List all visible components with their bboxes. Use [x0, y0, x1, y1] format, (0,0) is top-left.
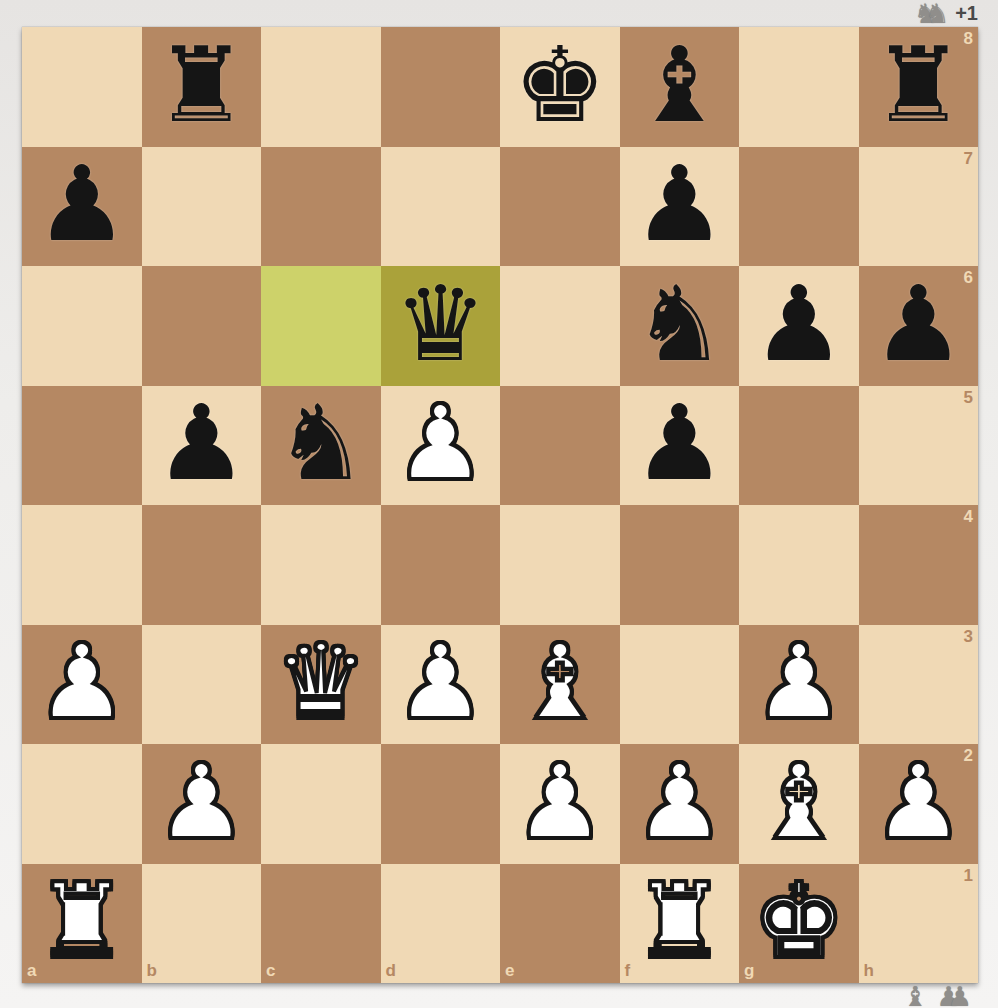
piece-black-pawn[interactable]: ♟	[872, 272, 965, 376]
square-f8[interactable]: ♝	[620, 27, 740, 147]
piece-black-pawn[interactable]: ♟	[155, 391, 248, 495]
square-g4[interactable]	[739, 505, 859, 625]
square-f2[interactable]: ♟	[620, 744, 740, 864]
piece-black-pawn[interactable]: ♟	[35, 152, 128, 256]
piece-white-rook[interactable]: ♜	[35, 869, 128, 973]
piece-black-rook[interactable]: ♜	[155, 33, 248, 137]
coord-file-c: c	[266, 962, 275, 979]
piece-white-pawn[interactable]: ♟	[394, 391, 487, 495]
piece-black-knight[interactable]: ♞	[633, 272, 726, 376]
coord-rank-1: 1	[964, 867, 973, 884]
chess-board: ♜♚♝♜8♟♟7♛♞♟♟6♟♞♟♟54♟♛♟♝♟3♟♟♟♝♟2♜abcde♜f♚…	[22, 27, 978, 983]
piece-white-pawn[interactable]: ♟	[513, 750, 606, 854]
square-f7[interactable]: ♟	[620, 147, 740, 267]
piece-white-pawn[interactable]: ♟	[155, 750, 248, 854]
square-d5[interactable]: ♟	[381, 386, 501, 506]
square-e6[interactable]	[500, 266, 620, 386]
square-a6[interactable]	[22, 266, 142, 386]
square-b3[interactable]	[142, 625, 262, 745]
square-e8[interactable]: ♚	[500, 27, 620, 147]
square-b5[interactable]: ♟	[142, 386, 262, 506]
square-a2[interactable]	[22, 744, 142, 864]
piece-black-bishop[interactable]: ♝	[633, 33, 726, 137]
square-a1[interactable]: ♜a	[22, 864, 142, 984]
piece-white-queen[interactable]: ♛	[274, 630, 367, 734]
captured-tray-top: ♞♞+1	[914, 0, 978, 26]
square-c6[interactable]	[261, 266, 381, 386]
square-a4[interactable]	[22, 505, 142, 625]
piece-black-pawn[interactable]: ♟	[633, 391, 726, 495]
square-h6[interactable]: ♟6	[859, 266, 979, 386]
piece-black-knight[interactable]: ♞	[274, 391, 367, 495]
square-e3[interactable]: ♝	[500, 625, 620, 745]
square-b7[interactable]	[142, 147, 262, 267]
square-e5[interactable]	[500, 386, 620, 506]
square-a7[interactable]: ♟	[22, 147, 142, 267]
square-d6[interactable]: ♛	[381, 266, 501, 386]
coord-rank-7: 7	[964, 150, 973, 167]
square-c4[interactable]	[261, 505, 381, 625]
coord-rank-5: 5	[964, 389, 973, 406]
square-h7[interactable]: 7	[859, 147, 979, 267]
coord-rank-2: 2	[964, 747, 973, 764]
square-f1[interactable]: ♜f	[620, 864, 740, 984]
square-e7[interactable]	[500, 147, 620, 267]
piece-black-queen[interactable]: ♛	[394, 272, 487, 376]
piece-white-pawn[interactable]: ♟	[633, 750, 726, 854]
square-h4[interactable]: 4	[859, 505, 979, 625]
piece-white-king[interactable]: ♚	[752, 869, 845, 973]
square-c1[interactable]: c	[261, 864, 381, 984]
coord-rank-3: 3	[964, 628, 973, 645]
square-a8[interactable]	[22, 27, 142, 147]
square-e2[interactable]: ♟	[500, 744, 620, 864]
square-h5[interactable]: 5	[859, 386, 979, 506]
square-c7[interactable]	[261, 147, 381, 267]
square-g8[interactable]	[739, 27, 859, 147]
square-d1[interactable]: d	[381, 864, 501, 984]
square-g1[interactable]: ♚g	[739, 864, 859, 984]
square-g3[interactable]: ♟	[739, 625, 859, 745]
piece-white-rook[interactable]: ♜	[633, 869, 726, 973]
square-f4[interactable]	[620, 505, 740, 625]
coord-rank-6: 6	[964, 269, 973, 286]
captured-tray-bottom: ♝♟♟	[903, 984, 972, 1008]
coord-file-b: b	[147, 962, 157, 979]
piece-white-pawn[interactable]: ♟	[752, 630, 845, 734]
square-b4[interactable]	[142, 505, 262, 625]
captured-knight-icon: ♞	[925, 0, 949, 27]
square-g7[interactable]	[739, 147, 859, 267]
captured-pawn-icon: ♟	[948, 983, 972, 1008]
square-d3[interactable]: ♟	[381, 625, 501, 745]
coord-file-f: f	[625, 962, 631, 979]
square-c5[interactable]: ♞	[261, 386, 381, 506]
square-d4[interactable]	[381, 505, 501, 625]
square-b6[interactable]	[142, 266, 262, 386]
captured-bishop-icon: ♝	[903, 983, 927, 1008]
square-e1[interactable]: e	[500, 864, 620, 984]
square-e4[interactable]	[500, 505, 620, 625]
square-b2[interactable]: ♟	[142, 744, 262, 864]
square-f5[interactable]: ♟	[620, 386, 740, 506]
square-b8[interactable]: ♜	[142, 27, 262, 147]
square-a5[interactable]	[22, 386, 142, 506]
square-d2[interactable]	[381, 744, 501, 864]
square-c8[interactable]	[261, 27, 381, 147]
square-g2[interactable]: ♝	[739, 744, 859, 864]
piece-black-rook[interactable]: ♜	[872, 33, 965, 137]
coord-file-h: h	[864, 962, 874, 979]
square-f6[interactable]: ♞	[620, 266, 740, 386]
page: ♞♞+1 ♜♚♝♜8♟♟7♛♞♟♟6♟♞♟♟54♟♛♟♝♟3♟♟♟♝♟2♜abc…	[0, 0, 998, 1008]
square-g6[interactable]: ♟	[739, 266, 859, 386]
coord-rank-4: 4	[964, 508, 973, 525]
square-a3[interactable]: ♟	[22, 625, 142, 745]
piece-white-pawn[interactable]: ♟	[35, 630, 128, 734]
square-b1[interactable]: b	[142, 864, 262, 984]
square-h2[interactable]: ♟2	[859, 744, 979, 864]
coord-file-e: e	[505, 962, 514, 979]
square-c2[interactable]	[261, 744, 381, 864]
coord-file-d: d	[386, 962, 396, 979]
square-h8[interactable]: ♜8	[859, 27, 979, 147]
square-c3[interactable]: ♛	[261, 625, 381, 745]
piece-white-bishop[interactable]: ♝	[752, 750, 845, 854]
square-h1[interactable]: h1	[859, 864, 979, 984]
piece-black-pawn[interactable]: ♟	[752, 272, 845, 376]
square-h3[interactable]: 3	[859, 625, 979, 745]
square-g5[interactable]	[739, 386, 859, 506]
piece-black-pawn[interactable]: ♟	[633, 152, 726, 256]
piece-white-pawn[interactable]: ♟	[394, 630, 487, 734]
piece-white-bishop[interactable]: ♝	[513, 630, 606, 734]
square-f3[interactable]	[620, 625, 740, 745]
coord-rank-8: 8	[964, 30, 973, 47]
piece-white-pawn[interactable]: ♟	[872, 750, 965, 854]
square-d8[interactable]	[381, 27, 501, 147]
piece-black-king[interactable]: ♚	[513, 33, 606, 137]
square-d7[interactable]	[381, 147, 501, 267]
material-score: +1	[955, 2, 978, 25]
